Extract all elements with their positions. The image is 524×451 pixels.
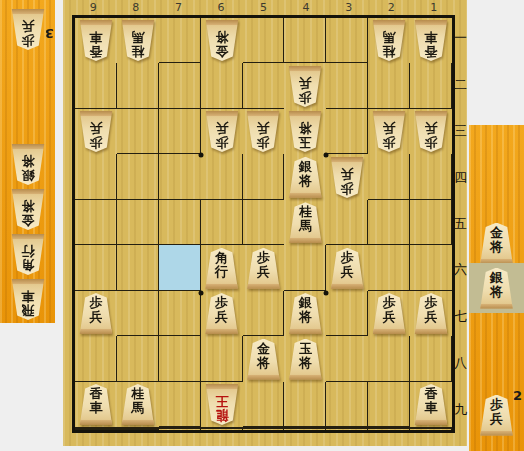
piece-king-48[interactable]: 玉将 xyxy=(284,336,326,381)
square-8-1[interactable] xyxy=(243,18,285,63)
hoshi-point xyxy=(324,290,329,295)
square-5-9[interactable] xyxy=(326,429,368,430)
piece-lance-19[interactable]: 香車 xyxy=(410,382,452,427)
file-label-9: 9 xyxy=(72,0,115,15)
square-8-9[interactable] xyxy=(201,429,243,430)
hand-sente-pawn[interactable]: 歩兵2 xyxy=(469,390,524,440)
knight-piece-gote[interactable]: 桂馬 xyxy=(371,20,407,61)
piece-dragon-69[interactable]: 龍王 xyxy=(201,382,243,427)
rank-label-6: 六 xyxy=(453,247,468,293)
board-grid: 香車桂馬金将桂馬香車歩兵歩兵歩兵歩兵玉将歩兵歩兵銀将歩兵桂馬角行歩兵歩兵歩兵歩兵… xyxy=(72,15,455,433)
square-7-4[interactable] xyxy=(410,200,452,245)
king-piece-sente[interactable]: 玉将 xyxy=(287,339,323,380)
square-5-6[interactable] xyxy=(284,382,326,427)
piece-pawn-93[interactable]: 歩兵 xyxy=(75,109,117,154)
hand-gote-silver[interactable]: 銀将 xyxy=(0,139,55,189)
pawn-piece-sente[interactable]: 歩兵 xyxy=(413,293,449,334)
square-1-1[interactable] xyxy=(243,63,285,108)
square-6-9[interactable] xyxy=(284,429,326,430)
square-3-9[interactable] xyxy=(410,429,452,430)
rank-labels: 一二三四五六七八九 xyxy=(453,15,468,433)
silver-piece-sente[interactable]: 銀将 xyxy=(479,268,515,309)
piece-pawn-56[interactable]: 歩兵 xyxy=(243,245,285,290)
square-7-6[interactable] xyxy=(159,382,201,427)
piece-lance-11[interactable]: 香車 xyxy=(410,18,452,63)
file-label-2: 2 xyxy=(370,0,413,15)
hand-gote-rook[interactable]: 飛車 xyxy=(0,274,55,324)
piece-lance-99[interactable]: 香車 xyxy=(75,382,117,427)
square-3-5[interactable] xyxy=(159,336,201,381)
square-7-5[interactable] xyxy=(243,291,285,336)
piece-pawn-42[interactable]: 歩兵 xyxy=(284,63,326,108)
rank-label-9: 九 xyxy=(453,387,468,433)
square-2-1[interactable] xyxy=(201,63,243,108)
square-1-4[interactable] xyxy=(410,245,452,290)
square-6-6[interactable] xyxy=(243,382,285,427)
gold-piece-gote[interactable]: 金将 xyxy=(204,20,240,61)
pawn-piece-sente[interactable]: 歩兵 xyxy=(78,293,114,334)
square-1-2[interactable] xyxy=(159,154,201,199)
square-8-5[interactable] xyxy=(159,291,201,336)
square-8-4[interactable] xyxy=(368,200,410,245)
square-4-2[interactable] xyxy=(326,109,368,154)
square-9-6[interactable] xyxy=(368,336,410,381)
rank-label-7: 七 xyxy=(453,294,468,340)
square-9-3[interactable] xyxy=(201,154,243,199)
piece-pawn-67[interactable]: 歩兵 xyxy=(201,291,243,336)
knight-piece-gote[interactable]: 桂馬 xyxy=(120,20,156,61)
rank-label-8: 八 xyxy=(453,340,468,386)
pawn-piece-sente[interactable]: 歩兵 xyxy=(204,293,240,334)
rank-label-3: 三 xyxy=(453,108,468,154)
lance-piece-sente[interactable]: 香車 xyxy=(413,384,449,425)
square-3-2[interactable] xyxy=(75,154,117,199)
knight-piece-sente[interactable]: 桂馬 xyxy=(287,202,323,243)
piece-pawn-27[interactable]: 歩兵 xyxy=(368,291,410,336)
piece-silver-47[interactable]: 銀将 xyxy=(284,291,326,336)
lance-piece-gote[interactable]: 香車 xyxy=(413,20,449,61)
gote-hand-tray: 歩兵3銀将金将角行飛車 xyxy=(0,0,55,323)
square-4-4[interactable] xyxy=(159,245,201,290)
piece-pawn-97[interactable]: 歩兵 xyxy=(75,291,117,336)
square-9-4[interactable] xyxy=(326,200,368,245)
pawn-piece-sente[interactable]: 歩兵 xyxy=(329,248,365,289)
rank-label-1: 一 xyxy=(453,15,468,61)
pawn-piece-gote[interactable]: 歩兵 xyxy=(413,111,449,152)
square-3-4[interactable] xyxy=(284,245,326,290)
square-7-3[interactable] xyxy=(368,154,410,199)
file-labels: 987654321 xyxy=(72,0,455,15)
pawn-piece-gote[interactable]: 歩兵 xyxy=(371,111,407,152)
square-1-3[interactable] xyxy=(243,200,285,245)
square-3-6[interactable] xyxy=(368,382,410,427)
bishop-piece-gote[interactable]: 角行 xyxy=(10,234,46,275)
hoshi-point xyxy=(198,153,203,158)
piece-knight-45[interactable]: 桂馬 xyxy=(284,200,326,245)
square-9-5[interactable] xyxy=(117,291,159,336)
square-8-3[interactable] xyxy=(243,154,285,199)
lance-piece-sente[interactable]: 香車 xyxy=(78,384,114,425)
square-4-9[interactable] xyxy=(368,429,410,430)
hoshi-point xyxy=(198,290,203,295)
file-label-6: 6 xyxy=(200,0,243,15)
piece-knight-21[interactable]: 桂馬 xyxy=(368,18,410,63)
square-9-9[interactable] xyxy=(159,429,201,430)
hand-count-label: 3 xyxy=(45,26,54,41)
piece-pawn-23[interactable]: 歩兵 xyxy=(368,109,410,154)
hand-count-label: 2 xyxy=(513,388,522,403)
shogi-app: 歩兵3銀将金将角行飛車 987654321 香車桂馬金将桂馬香車歩兵歩兵歩兵歩兵… xyxy=(0,0,524,451)
file-label-7: 7 xyxy=(157,0,200,15)
pawn-piece-gote[interactable]: 歩兵 xyxy=(245,111,281,152)
square-6-5[interactable] xyxy=(326,291,368,336)
hand-gote-pawn[interactable]: 歩兵3 xyxy=(0,4,55,54)
rank-label-2: 二 xyxy=(453,61,468,107)
square-7-2[interactable] xyxy=(410,63,452,108)
pawn-piece-gote[interactable]: 歩兵 xyxy=(204,111,240,152)
square-9-1[interactable] xyxy=(159,18,201,63)
pawn-piece-gote[interactable]: 歩兵 xyxy=(10,9,46,50)
knight-piece-sente[interactable]: 桂馬 xyxy=(120,384,156,425)
sente-hand-tray: 金将銀将歩兵2 xyxy=(469,125,524,451)
gold-piece-sente[interactable]: 金将 xyxy=(245,339,281,380)
piece-knight-89[interactable]: 桂馬 xyxy=(117,382,159,427)
file-label-4: 4 xyxy=(285,0,328,15)
square-6-2[interactable] xyxy=(117,109,159,154)
piece-pawn-53[interactable]: 歩兵 xyxy=(243,109,285,154)
square-8-6[interactable] xyxy=(410,336,452,381)
square-7-1[interactable] xyxy=(284,18,326,63)
piece-pawn-13[interactable]: 歩兵 xyxy=(410,109,452,154)
pawn-piece-gote[interactable]: 歩兵 xyxy=(287,66,323,107)
square-4-6[interactable] xyxy=(326,382,368,427)
rook-piece-gote[interactable]: 飛車 xyxy=(10,279,46,320)
gold-piece-sente[interactable]: 金将 xyxy=(479,223,515,264)
hand-gote-gold[interactable]: 金将 xyxy=(0,184,55,234)
piece-lance-91[interactable]: 香車 xyxy=(75,18,117,63)
square-6-3[interactable] xyxy=(410,154,452,199)
square-5-2[interactable] xyxy=(159,109,201,154)
piece-knight-81[interactable]: 桂馬 xyxy=(117,18,159,63)
gold-piece-gote[interactable]: 金将 xyxy=(10,189,46,230)
square-6-4[interactable] xyxy=(75,245,117,290)
square-2-4[interactable] xyxy=(368,245,410,290)
hand-gote-bishop[interactable]: 角行 xyxy=(0,229,55,279)
pawn-piece-gote[interactable]: 歩兵 xyxy=(329,157,365,198)
square-5-3[interactable] xyxy=(75,200,117,245)
rank-label-4: 四 xyxy=(453,154,468,200)
hoshi-point xyxy=(324,153,329,158)
square-8-2[interactable] xyxy=(368,63,410,108)
hand-sente-gold[interactable]: 金将 xyxy=(469,218,524,268)
square-3-1[interactable] xyxy=(159,63,201,108)
square-4-1[interactable] xyxy=(117,63,159,108)
file-label-3: 3 xyxy=(327,0,370,15)
square-4-3[interactable] xyxy=(117,200,159,245)
square-2-3[interactable] xyxy=(201,200,243,245)
piece-gold-58[interactable]: 金将 xyxy=(243,336,285,381)
rank-label-5: 五 xyxy=(453,201,468,247)
piece-pawn-63[interactable]: 歩兵 xyxy=(201,109,243,154)
square-9-2[interactable] xyxy=(326,63,368,108)
piece-pawn-34[interactable]: 歩兵 xyxy=(326,154,368,199)
king-piece-gote[interactable]: 玉将 xyxy=(287,111,323,152)
silver-piece-sente[interactable]: 銀将 xyxy=(287,157,323,198)
square-3-3[interactable] xyxy=(159,200,201,245)
pawn-piece-sente[interactable]: 歩兵 xyxy=(245,248,281,289)
lance-piece-gote[interactable]: 香車 xyxy=(78,20,114,61)
file-label-1: 1 xyxy=(413,0,456,15)
shogi-board: 987654321 香車桂馬金将桂馬香車歩兵歩兵歩兵歩兵玉将歩兵歩兵銀将歩兵桂馬… xyxy=(63,0,467,446)
silver-piece-sente[interactable]: 銀将 xyxy=(287,293,323,334)
square-5-5[interactable] xyxy=(75,336,117,381)
piece-king-43[interactable]: 玉将 xyxy=(284,109,326,154)
pawn-piece-gote[interactable]: 歩兵 xyxy=(78,111,114,152)
square-5-4[interactable] xyxy=(117,245,159,290)
piece-silver-44[interactable]: 銀将 xyxy=(284,154,326,199)
square-1-5[interactable] xyxy=(326,336,368,381)
square-2-5[interactable] xyxy=(201,336,243,381)
square-2-2[interactable] xyxy=(117,154,159,199)
square-6-1[interactable] xyxy=(326,18,368,63)
piece-pawn-17[interactable]: 歩兵 xyxy=(410,291,452,336)
piece-gold-61[interactable]: 金将 xyxy=(201,18,243,63)
square-7-9[interactable] xyxy=(243,429,285,430)
file-label-5: 5 xyxy=(242,0,285,15)
file-label-8: 8 xyxy=(115,0,158,15)
piece-bishop-66[interactable]: 角行 xyxy=(201,245,243,290)
hand-sente-silver[interactable]: 銀将 xyxy=(469,263,524,313)
promoted-dragon-piece-gote[interactable]: 龍王 xyxy=(204,384,240,425)
square-4-5[interactable] xyxy=(117,336,159,381)
pawn-piece-sente[interactable]: 歩兵 xyxy=(371,293,407,334)
square-5-1[interactable] xyxy=(75,63,117,108)
silver-piece-gote[interactable]: 銀将 xyxy=(10,144,46,185)
bishop-piece-sente[interactable]: 角行 xyxy=(204,248,240,289)
pawn-piece-sente[interactable]: 歩兵 xyxy=(479,395,515,436)
piece-pawn-36[interactable]: 歩兵 xyxy=(326,245,368,290)
